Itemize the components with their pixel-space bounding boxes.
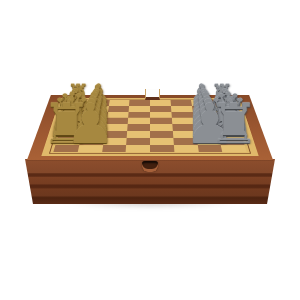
pieces-layer: ♜♟♟♜♞♟♟♞♝♟♟♝♚♟♟♚♛♟♟♛♝♟♟♝♞♟♟♞♜♟♟♜ (0, 0, 300, 300)
silver-rook-a8[interactable]: ♜ (209, 96, 259, 152)
chess-box-photo: ♜♟♟♜♞♟♟♞♝♟♟♝♚♟♟♚♛♟♟♛♝♟♟♝♞♟♟♞♜♟♟♜ (0, 0, 300, 300)
gold-pawn-a2[interactable]: ♟ (65, 96, 115, 152)
